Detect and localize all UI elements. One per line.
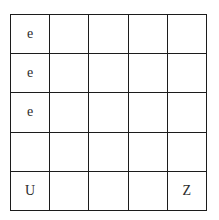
grid-cell-r1c4 <box>129 15 167 53</box>
grid-cell-r1c1: e <box>11 15 49 53</box>
grid-cell-r1c2 <box>50 15 88 53</box>
grid-cell-r5c4 <box>129 172 167 210</box>
grid-cell-r5c5: Z <box>168 172 206 210</box>
grid-cell-r1c5 <box>168 15 206 53</box>
grid-cell-r2c3 <box>89 54 127 92</box>
grid-cell-r4c2 <box>50 133 88 171</box>
grid-cell-r3c1: e <box>11 93 49 131</box>
grid-cell-r3c5 <box>168 93 206 131</box>
grid-cell-r2c5 <box>168 54 206 92</box>
grid-cell-r4c1 <box>11 133 49 171</box>
grid-cell-r3c4 <box>129 93 167 131</box>
grid-cell-r2c1: e <box>11 54 49 92</box>
grid-cell-r4c3 <box>89 133 127 171</box>
grid-cell-r1c3 <box>89 15 127 53</box>
grid-cell-r3c2 <box>50 93 88 131</box>
grid-cell-r4c4 <box>129 133 167 171</box>
grid-cell-r2c2 <box>50 54 88 92</box>
grid-cell-r5c2 <box>50 172 88 210</box>
grid-cell-r5c3 <box>89 172 127 210</box>
grid-cell-r4c5 <box>168 133 206 171</box>
puzzle-grid: e e e U Z <box>10 14 207 211</box>
grid-cell-r2c4 <box>129 54 167 92</box>
grid-cell-r5c1: U <box>11 172 49 210</box>
grid-cell-r3c3 <box>89 93 127 131</box>
